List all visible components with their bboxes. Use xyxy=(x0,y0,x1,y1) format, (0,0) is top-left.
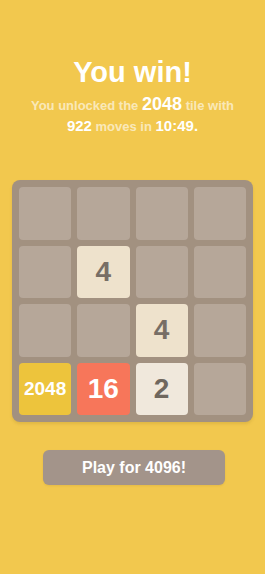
empty-cell xyxy=(136,246,188,299)
empty-cell xyxy=(194,304,246,357)
subtitle-text: moves in xyxy=(92,119,156,134)
empty-cell xyxy=(77,304,129,357)
win-subtitle-line: You unlocked the 2048 tile with xyxy=(0,94,265,116)
tile-16: 16 xyxy=(77,363,129,416)
empty-cell xyxy=(19,246,71,299)
empty-cell xyxy=(194,363,246,416)
empty-cell xyxy=(77,187,129,240)
subtitle-highlight: 10:49. xyxy=(156,117,199,134)
tile-2: 2 xyxy=(136,363,188,416)
tile-4: 4 xyxy=(77,246,129,299)
empty-cell xyxy=(19,304,71,357)
app-screen: You win! You unlocked the 2048 tile with… xyxy=(0,0,265,574)
subtitle-highlight: 2048 xyxy=(142,94,182,114)
play-next-button[interactable]: Play for 4096! xyxy=(43,450,225,485)
subtitle-text: You unlocked the xyxy=(31,98,142,113)
game-board[interactable]: 442048162 xyxy=(12,180,253,422)
win-subtitle: You unlocked the 2048 tile with922 moves… xyxy=(0,94,265,137)
empty-cell xyxy=(194,187,246,240)
subtitle-text: tile with xyxy=(182,98,234,113)
empty-cell xyxy=(136,187,188,240)
win-subtitle-line: 922 moves in 10:49. xyxy=(0,116,265,137)
win-title: You win! xyxy=(0,56,265,89)
subtitle-highlight: 922 xyxy=(67,117,92,134)
tile-4: 4 xyxy=(136,304,188,357)
tile-2048: 2048 xyxy=(19,363,71,416)
empty-cell xyxy=(194,246,246,299)
empty-cell xyxy=(19,187,71,240)
